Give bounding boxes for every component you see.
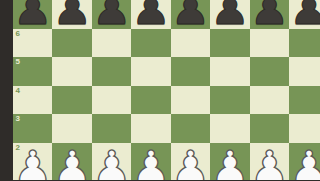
- black-pawn[interactable]: ♟: [289, 0, 320, 30]
- square-c4[interactable]: [92, 86, 131, 115]
- white-pawn[interactable]: ♟: [52, 145, 91, 181]
- square-h7[interactable]: ♟: [289, 0, 320, 29]
- square-d4[interactable]: [131, 86, 170, 115]
- square-c3[interactable]: [92, 114, 131, 143]
- black-pawn[interactable]: ♟: [131, 0, 170, 30]
- square-h5[interactable]: [289, 57, 320, 86]
- black-pawn[interactable]: ♟: [250, 0, 289, 30]
- square-e3[interactable]: [171, 114, 210, 143]
- square-g6[interactable]: [250, 29, 289, 58]
- square-e2[interactable]: ♟: [171, 143, 210, 180]
- white-pawn[interactable]: ♟: [210, 145, 249, 181]
- square-a7[interactable]: ♟: [13, 0, 52, 29]
- square-c6[interactable]: [92, 29, 131, 58]
- square-f3[interactable]: [210, 114, 249, 143]
- black-pawn[interactable]: ♟: [92, 0, 131, 30]
- black-pawn[interactable]: ♟: [210, 0, 249, 30]
- square-d5[interactable]: [131, 57, 170, 86]
- black-pawn[interactable]: ♟: [13, 0, 52, 30]
- square-e4[interactable]: [171, 86, 210, 115]
- rank-label-3: 3: [16, 115, 20, 123]
- square-g3[interactable]: [250, 114, 289, 143]
- rank-label-6: 6: [16, 30, 20, 38]
- square-g4[interactable]: [250, 86, 289, 115]
- board-viewport: ♜♞♝♛♚♝♞♜♟♟♟♟♟♟♟♟65432♟♟♟♟♟♟♟♟♜♞♝♛♚♝♞♜: [0, 0, 320, 180]
- white-pawn[interactable]: ♟: [92, 145, 131, 181]
- square-a5[interactable]: 5: [13, 57, 52, 86]
- square-g5[interactable]: [250, 57, 289, 86]
- square-h2[interactable]: ♟: [289, 143, 320, 180]
- chess-board: ♜♞♝♛♚♝♞♜♟♟♟♟♟♟♟♟65432♟♟♟♟♟♟♟♟♜♞♝♛♚♝♞♜: [13, 0, 304, 180]
- square-b6[interactable]: [52, 29, 91, 58]
- white-pawn[interactable]: ♟: [250, 145, 289, 181]
- rank-label-5: 5: [16, 58, 20, 66]
- white-pawn[interactable]: ♟: [171, 145, 210, 181]
- square-g7[interactable]: ♟: [250, 0, 289, 29]
- square-h6[interactable]: [289, 29, 320, 58]
- square-e7[interactable]: ♟: [171, 0, 210, 29]
- square-c7[interactable]: ♟: [92, 0, 131, 29]
- square-a3[interactable]: 3: [13, 114, 52, 143]
- square-b3[interactable]: [52, 114, 91, 143]
- square-d2[interactable]: ♟: [131, 143, 170, 180]
- square-e5[interactable]: [171, 57, 210, 86]
- white-pawn[interactable]: ♟: [289, 145, 320, 181]
- square-b7[interactable]: ♟: [52, 0, 91, 29]
- white-pawn[interactable]: ♟: [13, 145, 52, 181]
- square-a2[interactable]: 2♟: [13, 143, 52, 180]
- black-pawn[interactable]: ♟: [171, 0, 210, 30]
- square-f2[interactable]: ♟: [210, 143, 249, 180]
- square-c2[interactable]: ♟: [92, 143, 131, 180]
- square-f7[interactable]: ♟: [210, 0, 249, 29]
- square-f4[interactable]: [210, 86, 249, 115]
- square-a4[interactable]: 4: [13, 86, 52, 115]
- square-h4[interactable]: [289, 86, 320, 115]
- square-a6[interactable]: 6: [13, 29, 52, 58]
- square-f6[interactable]: [210, 29, 249, 58]
- square-e6[interactable]: [171, 29, 210, 58]
- white-pawn[interactable]: ♟: [131, 145, 170, 181]
- square-h3[interactable]: [289, 114, 320, 143]
- square-c5[interactable]: [92, 57, 131, 86]
- square-b4[interactable]: [52, 86, 91, 115]
- black-pawn[interactable]: ♟: [52, 0, 91, 30]
- square-d3[interactable]: [131, 114, 170, 143]
- square-b5[interactable]: [52, 57, 91, 86]
- square-d6[interactable]: [131, 29, 170, 58]
- square-b2[interactable]: ♟: [52, 143, 91, 180]
- square-f5[interactable]: [210, 57, 249, 86]
- square-g2[interactable]: ♟: [250, 143, 289, 180]
- rank-label-4: 4: [16, 87, 20, 95]
- square-d7[interactable]: ♟: [131, 0, 170, 29]
